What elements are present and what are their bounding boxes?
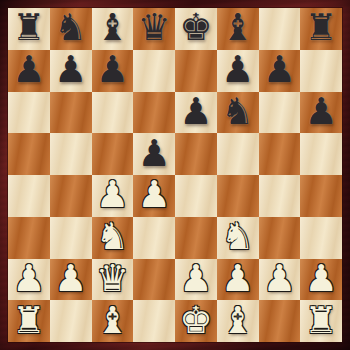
square-c6[interactable] <box>92 92 134 134</box>
square-e2[interactable]: ♟ <box>175 259 217 301</box>
square-h7[interactable] <box>300 50 342 92</box>
square-a5[interactable] <box>8 133 50 175</box>
piece-white-pawn: ♟ <box>221 260 254 297</box>
square-d1[interactable] <box>133 300 175 342</box>
square-b3[interactable] <box>50 217 92 259</box>
square-g2[interactable]: ♟ <box>259 259 301 301</box>
square-c3[interactable]: ♞ <box>92 217 134 259</box>
square-h3[interactable] <box>300 217 342 259</box>
square-c2[interactable]: ♛ <box>92 259 134 301</box>
square-h5[interactable] <box>300 133 342 175</box>
square-b4[interactable] <box>50 175 92 217</box>
square-e6[interactable]: ♟ <box>175 92 217 134</box>
square-a1[interactable]: ♜ <box>8 300 50 342</box>
square-e3[interactable] <box>175 217 217 259</box>
piece-white-knight: ♞ <box>221 218 254 255</box>
piece-black-rook: ♜ <box>305 9 338 46</box>
square-g5[interactable] <box>259 133 301 175</box>
square-h8[interactable]: ♜ <box>300 8 342 50</box>
piece-black-pawn: ♟ <box>12 51 45 88</box>
piece-white-pawn: ♟ <box>138 176 171 213</box>
square-g7[interactable]: ♟ <box>259 50 301 92</box>
piece-black-bishop: ♝ <box>221 9 254 46</box>
square-e7[interactable] <box>175 50 217 92</box>
square-d3[interactable] <box>133 217 175 259</box>
square-b6[interactable] <box>50 92 92 134</box>
piece-black-pawn: ♟ <box>138 135 171 172</box>
piece-white-rook: ♜ <box>12 302 45 339</box>
square-d4[interactable]: ♟ <box>133 175 175 217</box>
piece-black-pawn: ♟ <box>179 93 212 130</box>
piece-white-bishop: ♝ <box>221 302 254 339</box>
square-d8[interactable]: ♛ <box>133 8 175 50</box>
square-c5[interactable] <box>92 133 134 175</box>
square-a3[interactable] <box>8 217 50 259</box>
square-f7[interactable]: ♟ <box>217 50 259 92</box>
square-c4[interactable]: ♟ <box>92 175 134 217</box>
square-a7[interactable]: ♟ <box>8 50 50 92</box>
piece-white-pawn: ♟ <box>54 260 87 297</box>
square-h6[interactable]: ♟ <box>300 92 342 134</box>
square-b5[interactable] <box>50 133 92 175</box>
piece-white-rook: ♜ <box>305 302 338 339</box>
square-c7[interactable]: ♟ <box>92 50 134 92</box>
square-f8[interactable]: ♝ <box>217 8 259 50</box>
piece-black-pawn: ♟ <box>54 51 87 88</box>
piece-white-knight: ♞ <box>96 218 129 255</box>
square-a2[interactable]: ♟ <box>8 259 50 301</box>
square-d5[interactable]: ♟ <box>133 133 175 175</box>
square-f3[interactable]: ♞ <box>217 217 259 259</box>
square-d2[interactable] <box>133 259 175 301</box>
square-g1[interactable] <box>259 300 301 342</box>
square-a8[interactable]: ♜ <box>8 8 50 50</box>
piece-white-pawn: ♟ <box>179 260 212 297</box>
piece-black-pawn: ♟ <box>221 51 254 88</box>
square-d6[interactable] <box>133 92 175 134</box>
square-h4[interactable] <box>300 175 342 217</box>
piece-white-pawn: ♟ <box>96 176 129 213</box>
square-f5[interactable] <box>217 133 259 175</box>
square-e4[interactable] <box>175 175 217 217</box>
piece-black-knight: ♞ <box>221 93 254 130</box>
square-g3[interactable] <box>259 217 301 259</box>
piece-black-rook: ♜ <box>12 9 45 46</box>
piece-black-knight: ♞ <box>54 9 87 46</box>
square-g8[interactable] <box>259 8 301 50</box>
piece-black-bishop: ♝ <box>96 9 129 46</box>
square-c1[interactable]: ♝ <box>92 300 134 342</box>
piece-white-king: ♚ <box>179 302 212 339</box>
square-a4[interactable] <box>8 175 50 217</box>
square-b2[interactable]: ♟ <box>50 259 92 301</box>
chess-board: ♜♞♝♛♚♝♜♟♟♟♟♟♟♞♟♟♟♟♞♞♟♟♛♟♟♟♟♜♝♚♝♜ <box>8 8 342 342</box>
piece-white-bishop: ♝ <box>96 302 129 339</box>
piece-black-pawn: ♟ <box>263 51 296 88</box>
square-h2[interactable]: ♟ <box>300 259 342 301</box>
square-b7[interactable]: ♟ <box>50 50 92 92</box>
square-g4[interactable] <box>259 175 301 217</box>
square-c8[interactable]: ♝ <box>92 8 134 50</box>
square-b1[interactable] <box>50 300 92 342</box>
square-f6[interactable]: ♞ <box>217 92 259 134</box>
board-frame: ♜♞♝♛♚♝♜♟♟♟♟♟♟♞♟♟♟♟♞♞♟♟♛♟♟♟♟♜♝♚♝♜ <box>0 0 350 350</box>
square-a6[interactable] <box>8 92 50 134</box>
square-f4[interactable] <box>217 175 259 217</box>
square-d7[interactable] <box>133 50 175 92</box>
square-e8[interactable]: ♚ <box>175 8 217 50</box>
square-b8[interactable]: ♞ <box>50 8 92 50</box>
piece-black-queen: ♛ <box>138 9 171 46</box>
piece-white-pawn: ♟ <box>12 260 45 297</box>
square-e1[interactable]: ♚ <box>175 300 217 342</box>
piece-black-pawn: ♟ <box>305 93 338 130</box>
square-h1[interactable]: ♜ <box>300 300 342 342</box>
square-e5[interactable] <box>175 133 217 175</box>
piece-black-king: ♚ <box>179 9 212 46</box>
piece-white-pawn: ♟ <box>305 260 338 297</box>
square-g6[interactable] <box>259 92 301 134</box>
piece-black-pawn: ♟ <box>96 51 129 88</box>
piece-white-pawn: ♟ <box>263 260 296 297</box>
piece-white-queen: ♛ <box>96 260 129 297</box>
square-f2[interactable]: ♟ <box>217 259 259 301</box>
square-f1[interactable]: ♝ <box>217 300 259 342</box>
